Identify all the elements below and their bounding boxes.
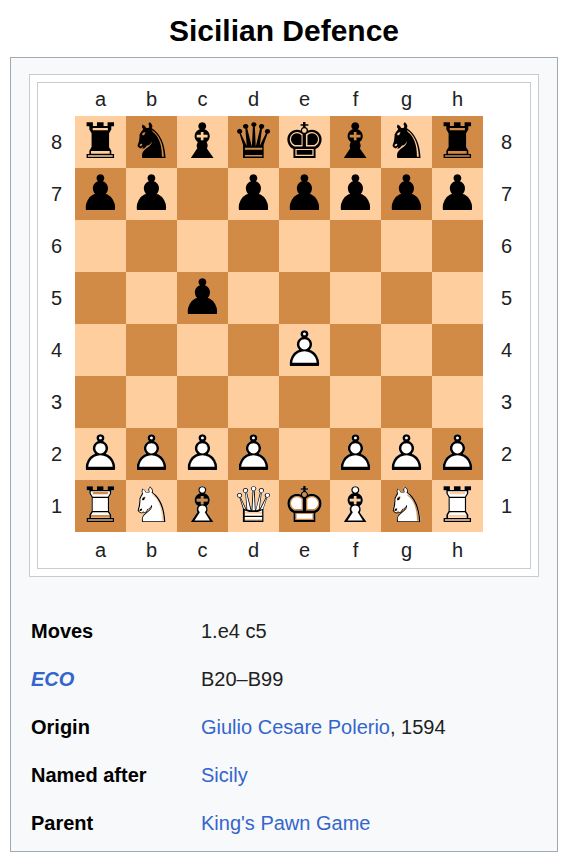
piece-black-pawn: ♟ — [330, 168, 381, 220]
square-a2: ♟♙ — [75, 428, 126, 480]
piece-white-pawn: ♟♙ — [432, 428, 483, 480]
file-label-g-bottom: g — [381, 532, 432, 568]
square-f3 — [330, 376, 381, 428]
piece-white-pawn: ♟♙ — [228, 428, 279, 480]
file-label-g-top: g — [381, 83, 432, 116]
infobox-label-parent: Parent — [11, 799, 201, 847]
link-king-s-pawn-game[interactable]: King's Pawn Game — [201, 812, 370, 834]
square-g8: ♞ — [381, 116, 432, 168]
square-a1: ♜♖ — [75, 480, 126, 532]
file-label-b-top: b — [126, 83, 177, 116]
square-d2: ♟♙ — [228, 428, 279, 480]
square-f2: ♟♙ — [330, 428, 381, 480]
square-c6 — [177, 220, 228, 272]
rank-label-3-left: 3 — [38, 376, 75, 428]
piece-black-pawn: ♟ — [381, 168, 432, 220]
square-f7: ♟ — [330, 168, 381, 220]
infobox-row-origin: OriginGiulio Cesare Polerio, 1594 — [11, 703, 557, 751]
square-d6 — [228, 220, 279, 272]
rank-label-1-left: 1 — [38, 480, 75, 532]
rank-label-5-left: 5 — [38, 272, 75, 324]
square-a5 — [75, 272, 126, 324]
piece-white-knight: ♞♘ — [126, 480, 177, 532]
piece-white-king: ♚♔ — [279, 480, 330, 532]
square-c1: ♝♗ — [177, 480, 228, 532]
piece-white-pawn: ♟♙ — [126, 428, 177, 480]
value-text: 1.e4 c5 — [201, 620, 267, 642]
square-c2: ♟♙ — [177, 428, 228, 480]
square-f1: ♝♗ — [330, 480, 381, 532]
board-corner — [38, 83, 75, 116]
square-e1: ♚♔ — [279, 480, 330, 532]
square-a7: ♟ — [75, 168, 126, 220]
square-e8: ♚ — [279, 116, 330, 168]
square-c4 — [177, 324, 228, 376]
piece-white-knight: ♞♘ — [381, 480, 432, 532]
piece-black-rook: ♜ — [432, 116, 483, 168]
piece-white-bishop: ♝♗ — [330, 480, 381, 532]
infobox-label-named-after: Named after — [11, 751, 201, 799]
value-text: B20–B99 — [201, 668, 283, 690]
square-e4: ♟♙ — [279, 324, 330, 376]
infobox-value-moves: 1.e4 c5 — [201, 607, 557, 655]
square-b4 — [126, 324, 177, 376]
infobox: abcdefgh8♜♞♝♛♚♝♞♜87♟♟♟♟♟♟♟7665♟54♟♙4332♟… — [10, 57, 558, 852]
file-label-a-bottom: a — [75, 532, 126, 568]
rank-label-2-left: 2 — [38, 428, 75, 480]
square-g3 — [381, 376, 432, 428]
rank-label-2-right: 2 — [483, 428, 530, 480]
square-b3 — [126, 376, 177, 428]
square-e3 — [279, 376, 330, 428]
piece-black-pawn: ♟ — [228, 168, 279, 220]
piece-black-rook: ♜ — [75, 116, 126, 168]
square-f8: ♝ — [330, 116, 381, 168]
square-g5 — [381, 272, 432, 324]
square-g2: ♟♙ — [381, 428, 432, 480]
eco-link[interactable]: ECO — [31, 668, 74, 690]
file-label-d-bottom: d — [228, 532, 279, 568]
file-label-h-bottom: h — [432, 532, 483, 568]
infobox-label-origin: Origin — [11, 703, 201, 751]
square-c8: ♝ — [177, 116, 228, 168]
infobox-label-eco: ECO — [11, 655, 201, 703]
file-label-h-top: h — [432, 83, 483, 116]
infobox-table: Moves1.e4 c5ECOB20–B99OriginGiulio Cesar… — [11, 607, 557, 847]
square-d5 — [228, 272, 279, 324]
piece-black-queen: ♛ — [228, 116, 279, 168]
link-giulio-cesare-polerio[interactable]: Giulio Cesare Polerio — [201, 716, 390, 738]
square-b7: ♟ — [126, 168, 177, 220]
piece-white-pawn: ♟♙ — [177, 428, 228, 480]
piece-black-pawn: ♟ — [75, 168, 126, 220]
piece-white-rook: ♜♖ — [75, 480, 126, 532]
rank-label-8-right: 8 — [483, 116, 530, 168]
square-c7 — [177, 168, 228, 220]
square-h5 — [432, 272, 483, 324]
rank-label-7-right: 7 — [483, 168, 530, 220]
rank-label-5-right: 5 — [483, 272, 530, 324]
rank-label-6-left: 6 — [38, 220, 75, 272]
square-a3 — [75, 376, 126, 428]
piece-white-pawn: ♟♙ — [75, 428, 126, 480]
rank-label-1-right: 1 — [483, 480, 530, 532]
square-h1: ♜♖ — [432, 480, 483, 532]
infobox-label-moves: Moves — [11, 607, 201, 655]
rank-label-7-left: 7 — [38, 168, 75, 220]
square-e2 — [279, 428, 330, 480]
piece-black-knight: ♞ — [126, 116, 177, 168]
file-label-d-top: d — [228, 83, 279, 116]
piece-white-pawn: ♟♙ — [279, 324, 330, 376]
infobox-value-named-after: Sicily — [201, 751, 557, 799]
square-e5 — [279, 272, 330, 324]
square-h8: ♜ — [432, 116, 483, 168]
piece-black-pawn: ♟ — [432, 168, 483, 220]
file-label-e-top: e — [279, 83, 330, 116]
square-d7: ♟ — [228, 168, 279, 220]
piece-black-bishop: ♝ — [330, 116, 381, 168]
square-g6 — [381, 220, 432, 272]
square-e6 — [279, 220, 330, 272]
page-title: Sicilian Defence — [0, 0, 568, 57]
file-label-e-bottom: e — [279, 532, 330, 568]
piece-black-pawn: ♟ — [279, 168, 330, 220]
value-text: , 1594 — [390, 716, 446, 738]
square-a8: ♜ — [75, 116, 126, 168]
piece-white-rook: ♜♖ — [432, 480, 483, 532]
piece-white-queen: ♛♕ — [228, 480, 279, 532]
file-label-a-top: a — [75, 83, 126, 116]
square-d1: ♛♕ — [228, 480, 279, 532]
file-label-c-bottom: c — [177, 532, 228, 568]
square-f5 — [330, 272, 381, 324]
board-corner — [483, 83, 530, 116]
piece-black-king: ♚ — [279, 116, 330, 168]
infobox-value-parent: King's Pawn Game — [201, 799, 557, 847]
square-h2: ♟♙ — [432, 428, 483, 480]
infobox-row-named-after: Named afterSicily — [11, 751, 557, 799]
square-b1: ♞♘ — [126, 480, 177, 532]
square-h4 — [432, 324, 483, 376]
rank-label-4-right: 4 — [483, 324, 530, 376]
square-h7: ♟ — [432, 168, 483, 220]
square-a6 — [75, 220, 126, 272]
infobox-row-moves: Moves1.e4 c5 — [11, 607, 557, 655]
piece-white-pawn: ♟♙ — [330, 428, 381, 480]
infobox-row-parent: ParentKing's Pawn Game — [11, 799, 557, 847]
square-h6 — [432, 220, 483, 272]
link-sicily[interactable]: Sicily — [201, 764, 248, 786]
rank-label-8-left: 8 — [38, 116, 75, 168]
piece-black-pawn: ♟ — [126, 168, 177, 220]
square-d4 — [228, 324, 279, 376]
infobox-value-origin: Giulio Cesare Polerio, 1594 — [201, 703, 557, 751]
square-b6 — [126, 220, 177, 272]
square-g1: ♞♘ — [381, 480, 432, 532]
square-d3 — [228, 376, 279, 428]
chess-board: abcdefgh8♜♞♝♛♚♝♞♜87♟♟♟♟♟♟♟7665♟54♟♙4332♟… — [37, 82, 531, 569]
rank-label-3-right: 3 — [483, 376, 530, 428]
board-grid: abcdefgh8♜♞♝♛♚♝♞♜87♟♟♟♟♟♟♟7665♟54♟♙4332♟… — [38, 83, 530, 568]
piece-black-pawn: ♟ — [177, 272, 228, 324]
square-b5 — [126, 272, 177, 324]
rank-label-6-right: 6 — [483, 220, 530, 272]
square-h3 — [432, 376, 483, 428]
piece-black-knight: ♞ — [381, 116, 432, 168]
square-b8: ♞ — [126, 116, 177, 168]
board-corner — [38, 532, 75, 568]
square-d8: ♛ — [228, 116, 279, 168]
file-label-f-bottom: f — [330, 532, 381, 568]
rank-label-4-left: 4 — [38, 324, 75, 376]
file-label-c-top: c — [177, 83, 228, 116]
file-label-b-bottom: b — [126, 532, 177, 568]
piece-black-bishop: ♝ — [177, 116, 228, 168]
infobox-value-eco: B20–B99 — [201, 655, 557, 703]
square-b2: ♟♙ — [126, 428, 177, 480]
square-f6 — [330, 220, 381, 272]
square-f4 — [330, 324, 381, 376]
file-label-f-top: f — [330, 83, 381, 116]
piece-white-pawn: ♟♙ — [381, 428, 432, 480]
board-corner — [483, 532, 530, 568]
square-g4 — [381, 324, 432, 376]
piece-white-bishop: ♝♗ — [177, 480, 228, 532]
square-e7: ♟ — [279, 168, 330, 220]
square-g7: ♟ — [381, 168, 432, 220]
square-a4 — [75, 324, 126, 376]
infobox-row-eco: ECOB20–B99 — [11, 655, 557, 703]
square-c5: ♟ — [177, 272, 228, 324]
square-c3 — [177, 376, 228, 428]
board-card: abcdefgh8♜♞♝♛♚♝♞♜87♟♟♟♟♟♟♟7665♟54♟♙4332♟… — [29, 74, 539, 577]
